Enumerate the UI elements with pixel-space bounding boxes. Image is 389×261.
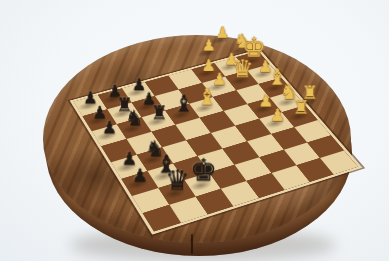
queen-glyph: ♛: [165, 166, 190, 194]
bishop-glyph: ♝: [197, 86, 217, 108]
pawn-glyph: ♟: [202, 38, 216, 54]
pawn-glyph: ♟: [215, 25, 229, 40]
bishop-glyph: ♝: [173, 93, 193, 116]
queen-glyph: ♛: [231, 57, 253, 82]
pawn-glyph: ♟: [132, 167, 148, 185]
rook-glyph: ♜: [151, 103, 168, 122]
rook-glyph: ♜: [292, 98, 309, 117]
king-glyph: ♚: [190, 155, 217, 186]
pawn-glyph: ♟: [102, 119, 117, 136]
pawn-glyph: ♟: [270, 107, 285, 124]
disc-drawer-seam: [191, 234, 193, 254]
knight-glyph: ♞: [125, 108, 144, 129]
chess-set-photo: ♟♟♞♟♟♟♟♟♚♟♜♟♟♛♟♟♞♜♝♝♝♟♞♜♟♞♟♜♟♝♛♚: [0, 0, 389, 261]
